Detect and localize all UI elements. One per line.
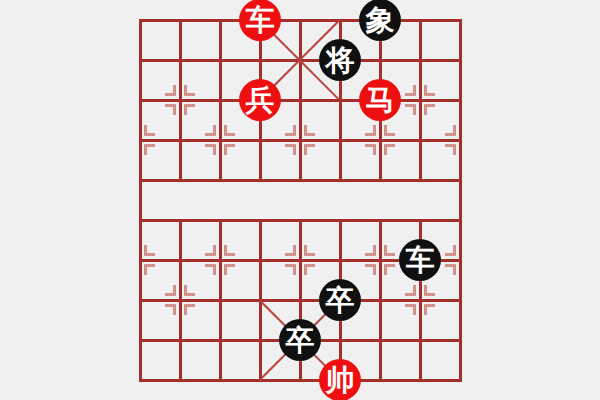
point-marker	[165, 285, 176, 296]
point-marker	[165, 85, 176, 96]
point-marker	[424, 304, 435, 315]
point-marker	[165, 104, 176, 115]
red-chariot[interactable]: 车	[239, 0, 281, 41]
point-marker	[304, 245, 315, 256]
point-marker	[224, 264, 235, 275]
point-marker	[205, 264, 216, 275]
board-file-line	[419, 19, 422, 182]
point-marker	[144, 245, 155, 256]
point-marker	[285, 144, 296, 155]
board-file-line	[219, 219, 222, 382]
point-marker	[144, 144, 155, 155]
point-marker	[424, 285, 435, 296]
point-marker	[184, 304, 195, 315]
red-general[interactable]: 帅	[319, 359, 361, 400]
point-marker	[365, 144, 376, 155]
point-marker	[365, 264, 376, 275]
point-marker	[365, 245, 376, 256]
red-soldier[interactable]: 兵	[239, 79, 281, 121]
point-marker	[405, 104, 416, 115]
point-marker	[445, 144, 456, 155]
board-file-line	[179, 219, 182, 382]
point-marker	[144, 125, 155, 136]
point-marker	[445, 245, 456, 256]
red-horse[interactable]: 马	[359, 79, 401, 121]
board-file-line	[139, 19, 142, 382]
point-marker	[445, 125, 456, 136]
board-file-line	[179, 19, 182, 182]
point-marker	[205, 125, 216, 136]
point-marker	[144, 264, 155, 275]
black-soldier-e[interactable]: 卒	[279, 319, 321, 361]
point-marker	[224, 125, 235, 136]
point-marker	[304, 264, 315, 275]
black-elephant[interactable]: 象	[359, 0, 401, 41]
board-file-line	[379, 219, 382, 382]
board-file-line	[219, 19, 222, 182]
black-general[interactable]: 将	[319, 39, 361, 81]
point-marker	[285, 245, 296, 256]
point-marker	[205, 144, 216, 155]
xiangqi-app: 车象将兵马车卒卒帅	[0, 0, 600, 400]
black-soldier-f[interactable]: 卒	[319, 279, 361, 321]
point-marker	[405, 85, 416, 96]
point-marker	[285, 125, 296, 136]
black-chariot[interactable]: 车	[399, 239, 441, 281]
point-marker	[205, 245, 216, 256]
point-marker	[224, 144, 235, 155]
point-marker	[405, 285, 416, 296]
point-marker	[304, 125, 315, 136]
point-marker	[224, 245, 235, 256]
point-marker	[384, 144, 395, 155]
board-file-line	[459, 19, 462, 382]
point-marker	[384, 125, 395, 136]
point-marker	[304, 144, 315, 155]
point-marker	[184, 104, 195, 115]
point-marker	[384, 245, 395, 256]
board-file-line	[299, 19, 302, 182]
point-marker	[424, 104, 435, 115]
point-marker	[165, 304, 176, 315]
point-marker	[424, 85, 435, 96]
point-marker	[184, 285, 195, 296]
xiangqi-board: 车象将兵马车卒卒帅	[0, 0, 600, 400]
point-marker	[445, 264, 456, 275]
point-marker	[365, 125, 376, 136]
point-marker	[184, 85, 195, 96]
point-marker	[405, 304, 416, 315]
point-marker	[285, 264, 296, 275]
point-marker	[384, 264, 395, 275]
